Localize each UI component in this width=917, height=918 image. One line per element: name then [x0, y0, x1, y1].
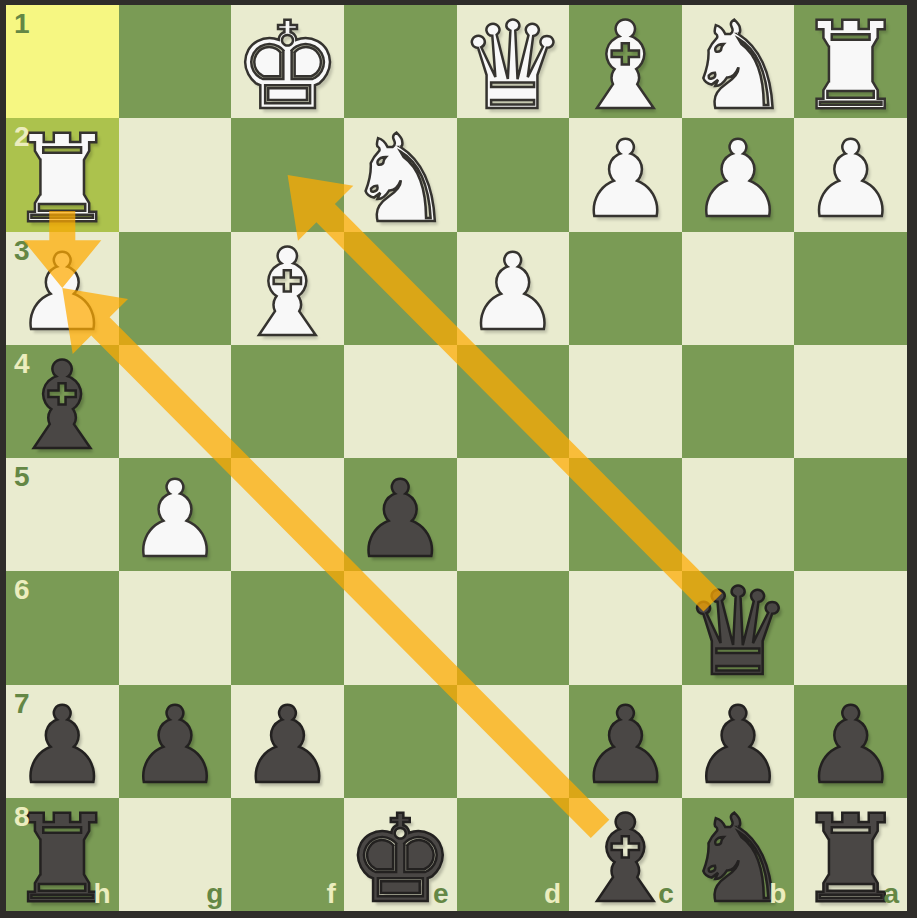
file-label-h: h	[94, 878, 111, 910]
piece-white-bishop-f3[interactable]: ♝	[231, 236, 344, 349]
square-a5[interactable]	[794, 458, 907, 571]
square-b5[interactable]	[682, 458, 795, 571]
square-g4[interactable]	[119, 345, 232, 458]
square-a2[interactable]: ♟	[794, 118, 907, 231]
piece-white-bishop-c1[interactable]: ♝	[569, 10, 682, 123]
square-h6[interactable]: 6	[6, 571, 119, 684]
square-b3[interactable]	[682, 232, 795, 345]
square-g5[interactable]: ♟	[119, 458, 232, 571]
file-label-b: b	[769, 878, 786, 910]
board-frame: 1♚♛♝♞♜2♜♞♟♟♟3♟♝♟4♝5♟♟6♛7♟♟♟♟♟♟8h♜gfe♚dc♝…	[0, 0, 917, 918]
rank-label-2: 2	[14, 121, 30, 153]
rank-label-5: 5	[14, 461, 30, 493]
square-d1[interactable]: ♛	[457, 5, 570, 118]
square-h4[interactable]: 4♝	[6, 345, 119, 458]
square-b8[interactable]: b♞	[682, 798, 795, 911]
square-d7[interactable]	[457, 685, 570, 798]
square-f5[interactable]	[231, 458, 344, 571]
square-c3[interactable]	[569, 232, 682, 345]
piece-white-knight-e2[interactable]: ♞	[344, 123, 457, 236]
square-f8[interactable]: f	[231, 798, 344, 911]
square-b4[interactable]	[682, 345, 795, 458]
square-g7[interactable]: ♟	[119, 685, 232, 798]
rank-label-1: 1	[14, 8, 30, 40]
rank-label-6: 6	[14, 574, 30, 606]
square-c4[interactable]	[569, 345, 682, 458]
piece-black-pawn-a7[interactable]: ♟	[794, 689, 907, 802]
piece-white-pawn-c2[interactable]: ♟	[569, 123, 682, 236]
square-e6[interactable]	[344, 571, 457, 684]
piece-white-queen-d1[interactable]: ♛	[457, 10, 570, 123]
piece-black-pawn-g7[interactable]: ♟	[119, 689, 232, 802]
square-d5[interactable]	[457, 458, 570, 571]
square-d6[interactable]	[457, 571, 570, 684]
square-f1[interactable]: ♚	[231, 5, 344, 118]
file-label-a: a	[883, 878, 899, 910]
rank-label-4: 4	[14, 348, 30, 380]
piece-black-pawn-b7[interactable]: ♟	[682, 689, 795, 802]
piece-white-pawn-d3[interactable]: ♟	[457, 236, 570, 349]
square-b6[interactable]: ♛	[682, 571, 795, 684]
square-c7[interactable]: ♟	[569, 685, 682, 798]
square-a4[interactable]	[794, 345, 907, 458]
square-b7[interactable]: ♟	[682, 685, 795, 798]
square-b1[interactable]: ♞	[682, 5, 795, 118]
square-g6[interactable]	[119, 571, 232, 684]
square-c1[interactable]: ♝	[569, 5, 682, 118]
piece-white-pawn-g5[interactable]: ♟	[119, 463, 232, 576]
square-g1[interactable]	[119, 5, 232, 118]
square-f6[interactable]	[231, 571, 344, 684]
square-e4[interactable]	[344, 345, 457, 458]
square-h8[interactable]: 8h♜	[6, 798, 119, 911]
piece-white-king-f1[interactable]: ♚	[231, 10, 344, 123]
square-g2[interactable]	[119, 118, 232, 231]
rank-label-7: 7	[14, 688, 30, 720]
piece-white-pawn-a2[interactable]: ♟	[794, 123, 907, 236]
chess-board: 1♚♛♝♞♜2♜♞♟♟♟3♟♝♟4♝5♟♟6♛7♟♟♟♟♟♟8h♜gfe♚dc♝…	[6, 5, 907, 911]
square-g3[interactable]	[119, 232, 232, 345]
square-c2[interactable]: ♟	[569, 118, 682, 231]
file-label-e: e	[433, 878, 449, 910]
square-d8[interactable]: d	[457, 798, 570, 911]
file-label-d: d	[544, 878, 561, 910]
square-d3[interactable]: ♟	[457, 232, 570, 345]
square-c6[interactable]	[569, 571, 682, 684]
square-a3[interactable]	[794, 232, 907, 345]
square-e1[interactable]	[344, 5, 457, 118]
square-b2[interactable]: ♟	[682, 118, 795, 231]
square-h7[interactable]: 7♟	[6, 685, 119, 798]
square-a6[interactable]	[794, 571, 907, 684]
square-e2[interactable]: ♞	[344, 118, 457, 231]
rank-label-8: 8	[14, 801, 30, 833]
piece-white-pawn-b2[interactable]: ♟	[682, 123, 795, 236]
piece-black-pawn-c7[interactable]: ♟	[569, 689, 682, 802]
square-h3[interactable]: 3♟	[6, 232, 119, 345]
square-e8[interactable]: e♚	[344, 798, 457, 911]
square-a7[interactable]: ♟	[794, 685, 907, 798]
square-e5[interactable]: ♟	[344, 458, 457, 571]
square-e7[interactable]	[344, 685, 457, 798]
piece-black-pawn-f7[interactable]: ♟	[231, 689, 344, 802]
rank-label-3: 3	[14, 235, 30, 267]
square-h2[interactable]: 2♜	[6, 118, 119, 231]
file-label-f: f	[327, 878, 336, 910]
square-h1[interactable]: 1	[6, 5, 119, 118]
piece-black-pawn-e5[interactable]: ♟	[344, 463, 457, 576]
square-a1[interactable]: ♜	[794, 5, 907, 118]
piece-white-rook-a1[interactable]: ♜	[794, 10, 907, 123]
piece-white-knight-b1[interactable]: ♞	[682, 10, 795, 123]
square-g8[interactable]: g	[119, 798, 232, 911]
square-c8[interactable]: c♝	[569, 798, 682, 911]
file-label-c: c	[658, 878, 674, 910]
square-f7[interactable]: ♟	[231, 685, 344, 798]
square-a8[interactable]: a♜	[794, 798, 907, 911]
piece-black-queen-b6[interactable]: ♛	[682, 576, 795, 689]
file-label-g: g	[206, 878, 223, 910]
square-c5[interactable]	[569, 458, 682, 571]
square-d4[interactable]	[457, 345, 570, 458]
square-f3[interactable]: ♝	[231, 232, 344, 345]
